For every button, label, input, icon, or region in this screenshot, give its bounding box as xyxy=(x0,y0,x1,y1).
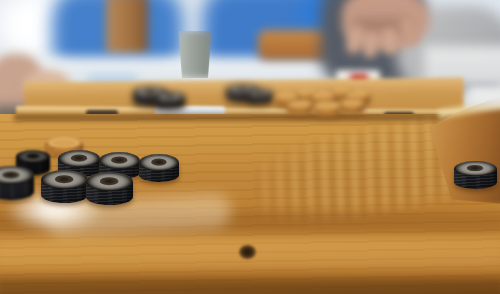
black-checker: ⛂ xyxy=(139,154,179,182)
black-checker: ⛂ xyxy=(247,88,273,104)
light-checker: ⛀ xyxy=(340,99,364,114)
black-checker: ⛂ xyxy=(86,172,133,205)
black-checker: ⛂ xyxy=(454,161,497,189)
photo-backgammon-scene: ⛂⛂⛂⛂⛀⛀⛀⛀⛀⛀⛀⛀ ⛀⛂⛂⛂⛂⛂⛂⛂⛂ xyxy=(0,0,500,294)
checkers-layer: ⛀⛂⛂⛂⛂⛂⛂⛂⛂ xyxy=(0,0,500,294)
light-checker: ⛀ xyxy=(287,100,313,115)
black-checker: ⛂ xyxy=(155,91,185,109)
black-checker: ⛂ xyxy=(41,170,88,203)
black-checker: ⛂ xyxy=(0,166,34,200)
light-checker: ⛀ xyxy=(313,101,341,117)
